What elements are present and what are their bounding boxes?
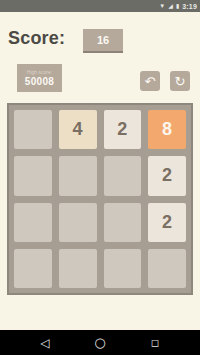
board-cell-empty: [104, 156, 142, 195]
board-cell-empty: [14, 203, 52, 242]
undo-icon: ↶: [145, 75, 156, 88]
home-icon: ○: [94, 336, 105, 349]
home-button[interactable]: ○: [93, 336, 107, 350]
board-cell-empty: [59, 156, 97, 195]
board-cell-empty: [14, 249, 52, 288]
recents-button[interactable]: ◻: [148, 336, 162, 350]
back-icon: ◁: [40, 337, 49, 349]
tile-4: 4: [59, 110, 97, 149]
board[interactable]: 42822: [7, 103, 193, 295]
high-score-badge: High score: 50008: [17, 64, 62, 92]
clock: 3:19: [182, 3, 197, 10]
board-cell-empty: [59, 249, 97, 288]
board-cell-empty: [14, 156, 52, 195]
tile-2: 2: [148, 156, 186, 195]
battery-icon: ▮: [176, 3, 179, 9]
score-label: Score:: [8, 28, 65, 49]
android-nav-bar: ◁ ○ ◻: [0, 330, 200, 355]
high-score-value: 50008: [25, 76, 54, 87]
score-value: 16: [97, 34, 109, 46]
refresh-icon: ↻: [175, 75, 186, 88]
board-cell-empty: [148, 249, 186, 288]
restart-button[interactable]: ↻: [170, 71, 190, 91]
board-cell-empty: [104, 249, 142, 288]
tile-2: 2: [104, 110, 142, 149]
wifi-icon: ▼: [159, 3, 165, 9]
board-cell-empty: [59, 203, 97, 242]
board-cell-empty: [104, 203, 142, 242]
recents-icon: ◻: [151, 338, 159, 348]
board-cell-empty: [14, 110, 52, 149]
cell-signal-icon: ◢: [168, 3, 173, 9]
back-button[interactable]: ◁: [38, 336, 52, 350]
tile-2: 2: [148, 203, 186, 242]
undo-button[interactable]: ↶: [140, 71, 160, 91]
tile-8: 8: [148, 110, 186, 149]
status-bar: ▼ ◢ ▮ 3:19: [0, 0, 200, 12]
score-badge: 16: [83, 29, 123, 53]
